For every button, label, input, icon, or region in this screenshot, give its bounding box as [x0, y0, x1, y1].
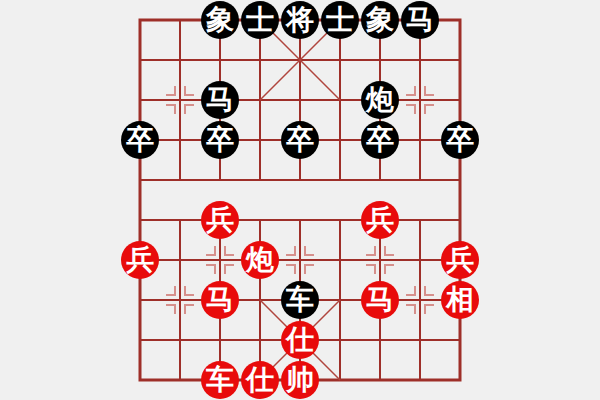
piece-red-advisor[interactable]: 仕	[241, 361, 279, 399]
piece-red-horse[interactable]: 马	[361, 281, 399, 319]
piece-black-advisor[interactable]: 士	[241, 1, 279, 39]
piece-black-soldier[interactable]: 卒	[281, 121, 319, 159]
piece-black-elephant[interactable]: 象	[201, 1, 239, 39]
piece-red-elephant[interactable]: 相	[441, 281, 479, 319]
piece-red-chariot[interactable]: 车	[201, 361, 239, 399]
piece-red-general[interactable]: 帅	[281, 361, 319, 399]
piece-red-advisor[interactable]: 仕	[281, 321, 319, 359]
piece-black-soldier[interactable]: 卒	[121, 121, 159, 159]
piece-black-soldier[interactable]: 卒	[361, 121, 399, 159]
piece-black-general[interactable]: 将	[281, 1, 319, 39]
piece-black-cannon[interactable]: 炮	[361, 81, 399, 119]
piece-black-chariot[interactable]: 车	[281, 281, 319, 319]
piece-red-horse[interactable]: 马	[201, 281, 239, 319]
xiangqi-board-screen: 象士将士象马马炮卒卒卒卒卒车兵兵兵炮兵马马相仕车仕帅	[0, 0, 600, 400]
piece-black-soldier[interactable]: 卒	[441, 121, 479, 159]
piece-red-soldier[interactable]: 兵	[361, 201, 399, 239]
piece-red-soldier[interactable]: 兵	[121, 241, 159, 279]
piece-black-advisor[interactable]: 士	[321, 1, 359, 39]
piece-red-soldier[interactable]: 兵	[201, 201, 239, 239]
piece-black-soldier[interactable]: 卒	[201, 121, 239, 159]
piece-black-horse[interactable]: 马	[201, 81, 239, 119]
piece-black-horse[interactable]: 马	[401, 1, 439, 39]
piece-red-soldier[interactable]: 兵	[441, 241, 479, 279]
piece-black-elephant[interactable]: 象	[361, 1, 399, 39]
piece-red-cannon[interactable]: 炮	[241, 241, 279, 279]
piece-layer: 象士将士象马马炮卒卒卒卒卒车兵兵兵炮兵马马相仕车仕帅	[120, 0, 480, 400]
